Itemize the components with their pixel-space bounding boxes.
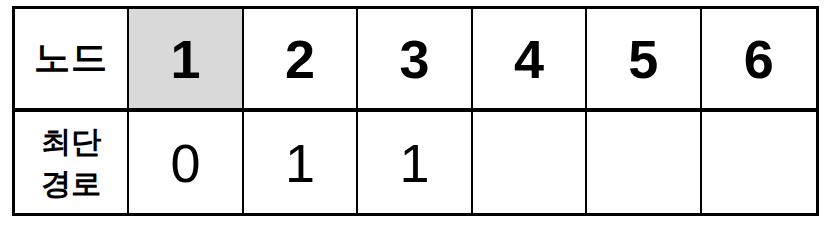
node-6-header: 6 xyxy=(702,9,816,112)
node-4-distance xyxy=(473,112,587,213)
node-3-header: 3 xyxy=(358,9,472,112)
shortest-path-label-line1: 최단 xyxy=(41,121,101,163)
node-3-distance: 1 xyxy=(358,112,472,213)
node-4-header: 4 xyxy=(473,9,587,112)
shortest-path-label-line2: 경로 xyxy=(41,163,101,205)
node-1-header: 1 xyxy=(129,9,243,112)
node-5-distance xyxy=(587,112,701,213)
node-6-distance xyxy=(702,112,816,213)
row-header-node: 노드 xyxy=(15,9,129,112)
node-1-distance: 0 xyxy=(129,112,243,213)
node-2-distance: 1 xyxy=(244,112,358,213)
node-5-header: 5 xyxy=(587,9,701,112)
shortest-path-table: 노드 1 2 3 4 5 6 최단 경로 0 1 1 xyxy=(12,6,819,216)
row-header-shortest-path: 최단 경로 xyxy=(15,112,129,213)
node-2-header: 2 xyxy=(244,9,358,112)
